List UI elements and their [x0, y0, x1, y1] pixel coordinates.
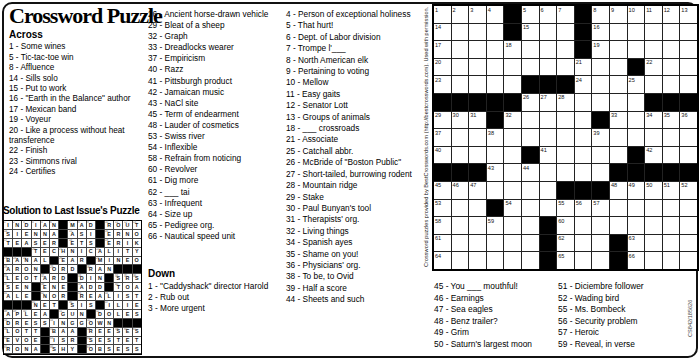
- cell-number: 15: [69, 230, 72, 233]
- cell-number: 27: [96, 257, 99, 260]
- solution-cell-11-3: 50L: [22, 310, 30, 318]
- cell-number: 50: [646, 182, 652, 188]
- grid-cell-11-4[interactable]: [487, 182, 504, 199]
- grid-cell-15-10[interactable]: [592, 252, 609, 269]
- grid-cell-9-4[interactable]: [487, 147, 504, 164]
- grid-cell-14-3[interactable]: [469, 235, 486, 252]
- clue-across-16: 16 - "Earth in the Balance" author: [9, 94, 146, 104]
- cell-number: 24: [13, 257, 16, 260]
- grid-cell-1-11[interactable]: 9: [610, 6, 627, 23]
- grid-cell-10-7[interactable]: [540, 164, 557, 181]
- grid-cell-5-13[interactable]: [645, 76, 662, 93]
- attribution-vertical-text: Crossword puzzles provided by BestCrossw…: [423, 4, 431, 269]
- solution-letter: E: [89, 294, 93, 299]
- grid-cell-15-9[interactable]: [575, 252, 592, 269]
- grid-cell-2-7[interactable]: [540, 24, 557, 41]
- grid-cell-15-13[interactable]: [645, 252, 662, 269]
- grid-cell-14-1[interactable]: 61: [434, 235, 451, 252]
- grid-cell-6-1: [434, 94, 451, 111]
- grid-cell-5-15[interactable]: [680, 76, 697, 93]
- grid-cell-14-12[interactable]: 63: [628, 235, 645, 252]
- solution-letter: R: [61, 294, 65, 299]
- grid-cell-3-14[interactable]: [663, 41, 680, 58]
- grid-cell-4-5[interactable]: [504, 59, 521, 76]
- grid-cell-4-15[interactable]: [680, 59, 697, 76]
- grid-cell-7-4: [487, 112, 504, 129]
- down-clues-list-4: 51 - Diciembre follower52 - Wading bird5…: [558, 281, 686, 351]
- grid-cell-12-11[interactable]: [610, 200, 627, 217]
- grid-cell-7-15[interactable]: 36: [680, 112, 697, 129]
- solution-letter: R: [116, 232, 120, 237]
- grid-cell-15-3[interactable]: [469, 252, 486, 269]
- solution-letter: R: [15, 321, 19, 326]
- grid-cell-15-6[interactable]: [522, 252, 539, 269]
- grid-cell-1-10[interactable]: 8: [592, 6, 609, 23]
- grid-cell-3-12[interactable]: [628, 41, 645, 58]
- grid-cell-15-8[interactable]: 65: [557, 252, 574, 269]
- grid-cell-8-12[interactable]: [628, 129, 645, 146]
- grid-cell-1-6[interactable]: 5: [522, 6, 539, 23]
- grid-cell-6-10[interactable]: [592, 94, 609, 111]
- grid-cell-10-8[interactable]: [557, 164, 574, 181]
- grid-cell-5-4[interactable]: [487, 76, 504, 93]
- grid-cell-2-3[interactable]: [469, 24, 486, 41]
- solution-cell-5-3: 25N: [22, 257, 30, 265]
- grid-cell-13-11[interactable]: [610, 217, 627, 234]
- grid-cell-10-4[interactable]: 43: [487, 164, 504, 181]
- grid-cell-10-5[interactable]: [504, 164, 521, 181]
- grid-cell-7-2[interactable]: 30: [452, 112, 469, 129]
- solution-cell-15-13: E: [114, 345, 122, 353]
- solution-cell-12-9: G: [78, 319, 86, 327]
- grid-cell-8-7[interactable]: [540, 129, 557, 146]
- grid-cell-8-2[interactable]: [452, 129, 469, 146]
- solution-cell-11-12: O: [105, 310, 113, 318]
- grid-cell-9-14[interactable]: [663, 147, 680, 164]
- solution-letter: N: [61, 321, 65, 326]
- grid-cell-1-8[interactable]: 7: [557, 6, 574, 23]
- grid-cell-9-7[interactable]: 41: [540, 147, 557, 164]
- solution-cell-12-2: R: [13, 319, 21, 327]
- grid-cell-13-5[interactable]: [504, 217, 521, 234]
- grid-cell-11-15[interactable]: 52: [680, 182, 697, 199]
- grid-cell-15-2[interactable]: [452, 252, 469, 269]
- solution-cell-2-2: I: [13, 230, 21, 238]
- grid-cell-4-10[interactable]: [592, 59, 609, 76]
- grid-cell-15-1[interactable]: 64: [434, 252, 451, 269]
- grid-cell-4-3[interactable]: [469, 59, 486, 76]
- grid-cell-1-9: [575, 6, 592, 23]
- solution-letter: A: [98, 267, 102, 272]
- grid-cell-15-15[interactable]: [680, 252, 697, 269]
- grid-cell-3-9: [575, 41, 592, 58]
- grid-cell-2-1[interactable]: 14: [434, 24, 451, 41]
- grid-cell-12-10[interactable]: 57: [592, 200, 609, 217]
- solution-letter: S: [89, 303, 93, 308]
- grid-cell-6-4: [487, 94, 504, 111]
- solution-cell-5-10: [87, 257, 95, 265]
- grid-cell-9-3[interactable]: [469, 147, 486, 164]
- solution-cell-7-10: I: [87, 274, 95, 282]
- solution-cell-2-5: N: [41, 230, 49, 238]
- cell-number: 59: [115, 328, 118, 331]
- grid-cell-15-12[interactable]: 66: [628, 252, 645, 269]
- grid-cell-12-12[interactable]: [628, 200, 645, 217]
- grid-cell-6-11[interactable]: [610, 94, 627, 111]
- cell-number: 34: [646, 112, 652, 118]
- clue-down-5: 5 - That hurt!: [286, 20, 423, 31]
- cell-number: 63: [629, 235, 635, 241]
- grid-cell-11-11[interactable]: 48: [610, 182, 627, 199]
- clue-across-33: 33 - Dreadlocks wearer: [148, 42, 281, 53]
- solution-cell-2-6: A: [50, 230, 58, 238]
- grid-cell-14-2[interactable]: [452, 235, 469, 252]
- solution-cell-3-1: 17T: [4, 239, 12, 247]
- grid-cell-5-9[interactable]: 24: [575, 76, 592, 93]
- grid-cell-8-6[interactable]: [522, 129, 539, 146]
- grid-cell-10-10[interactable]: [592, 164, 609, 181]
- cell-number: 28: [4, 266, 7, 269]
- solution-letter: S: [43, 321, 47, 326]
- grid-cell-6-5: [504, 94, 521, 111]
- grid-cell-6-12[interactable]: [628, 94, 645, 111]
- grid-cell-4-6[interactable]: [522, 59, 539, 76]
- solution-cell-12-14: [123, 319, 131, 327]
- cell-number: 25: [23, 257, 26, 260]
- grid-cell-8-14[interactable]: [663, 129, 680, 146]
- solution-letter: S: [80, 232, 84, 237]
- solution-cell-10-6: T: [50, 301, 58, 309]
- grid-cell-12-7[interactable]: [540, 200, 557, 217]
- grid-cell-8-15[interactable]: [680, 129, 697, 146]
- solution-cell-4-14: T: [123, 248, 131, 256]
- grid-cell-4-9[interactable]: 21: [575, 59, 592, 76]
- grid-cell-11-2[interactable]: 46: [452, 182, 469, 199]
- grid-cell-14-8[interactable]: 62: [557, 235, 574, 252]
- grid-cell-7-5[interactable]: 32: [504, 112, 521, 129]
- grid-cell-7-9[interactable]: [575, 112, 592, 129]
- grid-cell-2-13[interactable]: [645, 24, 662, 41]
- grid-cell-1-3[interactable]: 3: [469, 6, 486, 23]
- grid-cell-2-4[interactable]: [487, 24, 504, 41]
- grid-cell-8-11[interactable]: [610, 129, 627, 146]
- solution-cell-11-1: 48A: [4, 310, 12, 318]
- grid-cell-14-13[interactable]: [645, 235, 662, 252]
- cell-number: 32: [505, 112, 511, 118]
- grid-cell-14-10[interactable]: [592, 235, 609, 252]
- grid-cell-2-2[interactable]: [452, 24, 469, 41]
- grid-cell-3-13[interactable]: [645, 41, 662, 58]
- puzzle-grid[interactable]: 1234567891011121314151617181920212223242…: [432, 4, 699, 271]
- grid-cell-7-6[interactable]: [522, 112, 539, 129]
- solution-cell-11-8: U: [68, 310, 76, 318]
- grid-cell-9-5[interactable]: [504, 147, 521, 164]
- grid-cell-7-3[interactable]: 31: [469, 112, 486, 129]
- grid-cell-1-2[interactable]: 2: [452, 6, 469, 23]
- grid-cell-11-6[interactable]: [522, 182, 539, 199]
- grid-cell-5-14[interactable]: [663, 76, 680, 93]
- document-code-vertical-text: CS842/185626: [687, 284, 695, 352]
- grid-cell-1-14[interactable]: 12: [663, 6, 680, 23]
- solution-letter: A: [70, 258, 74, 263]
- solution-cell-14-3: O: [22, 337, 30, 345]
- solution-cell-3-9: T: [78, 239, 86, 247]
- grid-cell-9-9[interactable]: [575, 147, 592, 164]
- solution-cell-2-7: [59, 230, 67, 238]
- grid-cell-13-9[interactable]: [575, 217, 592, 234]
- solution-cell-6-10: 30R: [87, 265, 95, 273]
- solution-letter: N: [52, 285, 56, 290]
- solution-letter: U: [70, 312, 74, 317]
- grid-cell-7-14[interactable]: 35: [663, 112, 680, 129]
- grid-cell-2-10[interactable]: 16: [592, 24, 609, 41]
- grid-cell-12-2[interactable]: [452, 200, 469, 217]
- grid-cell-8-5[interactable]: [504, 129, 521, 146]
- grid-cell-4-8[interactable]: [557, 59, 574, 76]
- grid-cell-1-13[interactable]: 11: [645, 6, 662, 23]
- solution-cell-4-12: L: [105, 248, 113, 256]
- cell-number: 21: [576, 59, 582, 65]
- solution-cell-10-15: E: [133, 301, 141, 309]
- grid-cell-13-8[interactable]: 60: [557, 217, 574, 234]
- solution-letter: E: [98, 329, 102, 334]
- solution-cell-15-9: [78, 345, 86, 353]
- grid-cell-1-1[interactable]: 1: [434, 6, 451, 23]
- grid-cell-6-6[interactable]: 26: [522, 94, 539, 111]
- grid-cell-14-9[interactable]: [575, 235, 592, 252]
- grid-cell-5-10[interactable]: [592, 76, 609, 93]
- grid-cell-5-12[interactable]: 25: [628, 76, 645, 93]
- grid-cell-8-4[interactable]: 38: [487, 129, 504, 146]
- solution-cell-14-11: E: [96, 337, 104, 345]
- grid-cell-12-15[interactable]: [680, 200, 697, 217]
- grid-cell-3-1[interactable]: 17: [434, 41, 451, 58]
- cell-number: 13: [133, 221, 136, 224]
- grid-cell-13-6[interactable]: [522, 217, 539, 234]
- grid-cell-13-4[interactable]: 59: [487, 217, 504, 234]
- grid-cell-5-1[interactable]: 23: [434, 76, 451, 93]
- grid-cell-12-8[interactable]: 55: [557, 200, 574, 217]
- solution-cell-11-14: E: [123, 310, 131, 318]
- solution-cell-3-4: S: [32, 239, 40, 247]
- cell-number: 55: [558, 200, 564, 206]
- grid-cell-8-3[interactable]: [469, 129, 486, 146]
- grid-cell-9-13[interactable]: 42: [645, 147, 662, 164]
- grid-cell-7-11[interactable]: 33: [610, 112, 627, 129]
- grid-cell-8-1[interactable]: 37: [434, 129, 451, 146]
- solution-cell-1-15: 13T: [133, 221, 141, 229]
- solution-cell-7-8: [68, 274, 76, 282]
- grid-cell-2-11[interactable]: [610, 24, 627, 41]
- grid-cell-14-6[interactable]: [522, 235, 539, 252]
- grid-cell-13-15[interactable]: [680, 217, 697, 234]
- grid-cell-8-8[interactable]: [557, 129, 574, 146]
- grid-cell-2-14[interactable]: [663, 24, 680, 41]
- clue-across-61: 61 - Dig more: [148, 175, 281, 186]
- cell-number: 11: [646, 7, 652, 13]
- grid-cell-1-7[interactable]: 6: [540, 6, 557, 23]
- grid-cell-11-12[interactable]: 49: [628, 182, 645, 199]
- grid-cell-12-9[interactable]: 56: [575, 200, 592, 217]
- grid-cell-9-8[interactable]: [557, 147, 574, 164]
- grid-cell-7-7[interactable]: [540, 112, 557, 129]
- grid-cell-9-15[interactable]: [680, 147, 697, 164]
- grid-cell-4-1[interactable]: 20: [434, 59, 451, 76]
- grid-cell-11-3[interactable]: 47: [469, 182, 486, 199]
- grid-cell-14-14[interactable]: [663, 235, 680, 252]
- grid-cell-7-12[interactable]: [628, 112, 645, 129]
- grid-cell-1-12[interactable]: 10: [628, 6, 645, 23]
- grid-cell-7-8[interactable]: [557, 112, 574, 129]
- cell-number: 56: [576, 200, 582, 206]
- grid-cell-14-4[interactable]: [487, 235, 504, 252]
- grid-cell-7-1[interactable]: 29: [434, 112, 451, 129]
- grid-cell-5-2[interactable]: [452, 76, 469, 93]
- solution-cell-7-6: R: [50, 274, 58, 282]
- grid-cell-4-14[interactable]: [663, 59, 680, 76]
- grid-cell-9-2[interactable]: [452, 147, 469, 164]
- solution-letter: R: [80, 258, 84, 263]
- grid-cell-1-4[interactable]: 4: [487, 6, 504, 23]
- grid-cell-8-13[interactable]: [645, 129, 662, 146]
- solution-cell-15-10: 67O: [87, 345, 95, 353]
- grid-cell-3-7[interactable]: [540, 41, 557, 58]
- grid-cell-1-15[interactable]: 13: [680, 6, 697, 23]
- solution-cell-3-8: 18E: [68, 239, 76, 247]
- grid-cell-2-12[interactable]: [628, 24, 645, 41]
- solution-cell-14-4: E: [32, 337, 40, 345]
- grid-cell-6-7[interactable]: 27: [540, 94, 557, 111]
- solution-cell-14-10: 64S: [87, 337, 95, 345]
- cell-number: 8: [78, 221, 80, 224]
- solution-letter: N: [34, 267, 38, 272]
- grid-cell-13-7: [540, 217, 557, 234]
- grid-cell-4-7[interactable]: [540, 59, 557, 76]
- solution-cell-8-10: D: [87, 283, 95, 291]
- solution-letter: S: [34, 241, 38, 246]
- grid-cell-4-13[interactable]: 22: [645, 59, 662, 76]
- grid-cell-12-14[interactable]: [663, 200, 680, 217]
- cell-number: 51: [664, 182, 670, 188]
- grid-cell-4-2[interactable]: [452, 59, 469, 76]
- solution-letter: R: [70, 338, 74, 343]
- grid-cell-3-10[interactable]: 19: [592, 41, 609, 58]
- grid-cell-5-5[interactable]: [504, 76, 521, 93]
- solution-letter: R: [116, 241, 120, 246]
- grid-cell-11-7[interactable]: [540, 182, 557, 199]
- grid-cell-3-11[interactable]: [610, 41, 627, 58]
- grid-cell-3-5[interactable]: 18: [504, 41, 521, 58]
- grid-cell-9-1[interactable]: 40: [434, 147, 451, 164]
- grid-cell-4-11[interactable]: [610, 59, 627, 76]
- grid-cell-9-10[interactable]: [592, 147, 609, 164]
- grid-cell-3-3[interactable]: [469, 41, 486, 58]
- solution-letter: D: [61, 276, 65, 281]
- clue-down-27: 27 - Short-tailed, burrowing rodent: [286, 169, 423, 180]
- clue-down-18: 18 - ___ crossroads: [286, 123, 423, 134]
- cell-number: 45: [435, 182, 441, 188]
- grid-cell-14-15[interactable]: [680, 235, 697, 252]
- grid-cell-13-14[interactable]: [663, 217, 680, 234]
- grid-cell-10-9[interactable]: [575, 164, 592, 181]
- grid-cell-14-5[interactable]: [504, 235, 521, 252]
- grid-cell-12-3[interactable]: [469, 200, 486, 217]
- clue-down-46: 46 - Earnings: [434, 293, 556, 305]
- solution-cell-2-4: N: [32, 230, 40, 238]
- cell-number: 44: [105, 292, 108, 295]
- grid-cell-13-13[interactable]: [645, 217, 662, 234]
- grid-cell-13-2[interactable]: [452, 217, 469, 234]
- grid-cell-3-4[interactable]: [487, 41, 504, 58]
- down-clues-column-5: 51 - Diciembre follower52 - Wading bird5…: [558, 281, 686, 351]
- grid-cell-8-10[interactable]: 39: [592, 129, 609, 146]
- grid-cell-4-4[interactable]: [487, 59, 504, 76]
- grid-cell-3-6[interactable]: [522, 41, 539, 58]
- solution-cell-14-9: [78, 337, 86, 345]
- grid-cell-6-9[interactable]: [575, 94, 592, 111]
- grid-cell-6-8[interactable]: 28: [557, 94, 574, 111]
- grid-cell-11-13[interactable]: 50: [645, 182, 662, 199]
- solution-cell-6-15: [133, 265, 141, 273]
- solution-cell-4-11: 22A: [96, 248, 104, 256]
- solution-cell-12-12: N: [105, 319, 113, 327]
- grid-cell-12-6[interactable]: [522, 200, 539, 217]
- solution-letter: E: [25, 232, 29, 237]
- grid-cell-5-11[interactable]: [610, 76, 627, 93]
- grid-cell-15-5[interactable]: [504, 252, 521, 269]
- grid-cell-10-6[interactable]: 44: [522, 164, 539, 181]
- grid-cell-2-15[interactable]: [680, 24, 697, 41]
- solution-cell-9-5: 42N: [41, 292, 49, 300]
- grid-cell-13-3[interactable]: [469, 217, 486, 234]
- solution-letter: L: [117, 303, 120, 308]
- grid-cell-7-13[interactable]: 34: [645, 112, 662, 129]
- solution-letter: A: [43, 312, 47, 317]
- grid-cell-3-15[interactable]: [680, 41, 697, 58]
- cell-number: 26: [523, 94, 529, 100]
- grid-cell-8-9[interactable]: [575, 129, 592, 146]
- grid-cell-9-11[interactable]: [610, 147, 627, 164]
- grid-cell-3-8[interactable]: [557, 41, 574, 58]
- grid-cell-3-2[interactable]: [452, 41, 469, 58]
- grid-cell-13-1[interactable]: 58: [434, 217, 451, 234]
- grid-cell-12-13[interactable]: [645, 200, 662, 217]
- clue-down-9: 9 - Pertaining to voting: [286, 66, 423, 77]
- grid-cell-12-5[interactable]: 54: [504, 200, 521, 217]
- page-title: Crossword Puzzle: [9, 3, 149, 29]
- cell-number: 35: [124, 275, 127, 278]
- grid-cell-11-5[interactable]: [504, 182, 521, 199]
- cell-number: 35: [664, 112, 670, 118]
- down-clues-list-3: 45 - You ___ mouthful!46 - Earnings47 - …: [434, 281, 556, 351]
- grid-cell-5-3[interactable]: [469, 76, 486, 93]
- grid-cell-11-14[interactable]: 51: [663, 182, 680, 199]
- grid-cell-2-6[interactable]: 15: [522, 24, 539, 41]
- clue-down-25: 25 - Catchall abbr.: [286, 146, 423, 157]
- cell-number: 3: [470, 7, 473, 13]
- grid-cell-15-14[interactable]: [663, 252, 680, 269]
- grid-cell-2-8[interactable]: [557, 24, 574, 41]
- grid-cell-12-1[interactable]: 53: [434, 200, 451, 217]
- solution-cell-2-3: E: [22, 230, 30, 238]
- solution-cell-10-5: E: [41, 301, 49, 309]
- grid-cell-15-4[interactable]: [487, 252, 504, 269]
- grid-cell-10-2: [452, 164, 469, 181]
- grid-cell-13-12[interactable]: [628, 217, 645, 234]
- grid-cell-13-10[interactable]: [592, 217, 609, 234]
- grid-cell-11-1[interactable]: 45: [434, 182, 451, 199]
- grid-cell-6-15: [680, 94, 697, 111]
